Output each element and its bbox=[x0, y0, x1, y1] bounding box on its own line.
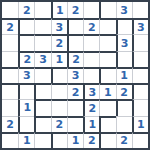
cell-r3c5[interactable] bbox=[67, 34, 83, 50]
cell-r9c2-given: 1 bbox=[18, 132, 34, 148]
cell-r4c9[interactable] bbox=[132, 51, 148, 67]
cell-r9c7[interactable] bbox=[99, 132, 115, 148]
cell-r6c3[interactable] bbox=[34, 83, 50, 99]
cell-r6c1[interactable] bbox=[2, 83, 18, 99]
cell-r5c3[interactable] bbox=[34, 67, 50, 83]
cell-r7c5[interactable] bbox=[67, 99, 83, 115]
cell-r7c3[interactable] bbox=[34, 99, 50, 115]
cell-r3c2[interactable] bbox=[18, 34, 34, 50]
cell-r4c5-given: 2 bbox=[67, 51, 83, 67]
cell-r6c2[interactable] bbox=[18, 83, 34, 99]
cell-r9c1[interactable] bbox=[2, 132, 18, 148]
cell-r5c7[interactable] bbox=[99, 67, 115, 83]
cell-r4c4-given: 1 bbox=[51, 51, 67, 67]
cell-r5c6[interactable] bbox=[83, 67, 99, 83]
cell-r4c3-given: 3 bbox=[34, 51, 50, 67]
cell-r4c2-given: 2 bbox=[18, 51, 34, 67]
cell-r8c4-given: 2 bbox=[51, 116, 67, 132]
cell-r2c3[interactable] bbox=[34, 18, 50, 34]
cell-r2c4-given: 3 bbox=[51, 18, 67, 34]
cell-r6c5-given: 2 bbox=[67, 83, 83, 99]
cell-r2c6-given: 2 bbox=[83, 18, 99, 34]
cell-r8c1-given: 2 bbox=[2, 116, 18, 132]
cell-r5c8-given: 1 bbox=[116, 67, 132, 83]
cell-r3c6[interactable] bbox=[83, 34, 99, 50]
cell-r7c1[interactable] bbox=[2, 99, 18, 115]
cell-r3c8-given: 3 bbox=[116, 34, 132, 50]
cell-r8c5[interactable] bbox=[67, 116, 83, 132]
cell-r3c3[interactable] bbox=[34, 34, 50, 50]
cell-r5c2-given: 3 bbox=[18, 67, 34, 83]
cell-r8c2[interactable] bbox=[18, 116, 34, 132]
puzzle-board: 2123232323231233123121222111122 bbox=[0, 0, 150, 150]
cell-r1c9[interactable] bbox=[132, 2, 148, 18]
cell-r9c4[interactable] bbox=[51, 132, 67, 148]
cell-r9c8-given: 2 bbox=[116, 132, 132, 148]
cell-r1c2-given: 2 bbox=[18, 2, 34, 18]
cell-r6c7-given: 1 bbox=[99, 83, 115, 99]
cell-r3c7[interactable] bbox=[99, 34, 115, 50]
cell-r8c7[interactable] bbox=[99, 116, 115, 132]
cell-r7c6-given: 2 bbox=[83, 99, 99, 115]
cell-r7c9[interactable] bbox=[132, 99, 148, 115]
cell-r6c4[interactable] bbox=[51, 83, 67, 99]
cell-r7c8[interactable] bbox=[116, 99, 132, 115]
cell-r2c8[interactable] bbox=[116, 18, 132, 34]
cell-r3c9[interactable] bbox=[132, 34, 148, 50]
cell-r5c1[interactable] bbox=[2, 67, 18, 83]
cell-r1c5-given: 2 bbox=[67, 2, 83, 18]
cell-r9c9[interactable] bbox=[132, 132, 148, 148]
cell-r8c3[interactable] bbox=[34, 116, 50, 132]
cell-r2c9-given: 3 bbox=[132, 18, 148, 34]
cell-r2c2[interactable] bbox=[18, 18, 34, 34]
cell-r5c5-given: 3 bbox=[67, 67, 83, 83]
cell-r8c9-given: 1 bbox=[132, 116, 148, 132]
cell-r7c4[interactable] bbox=[51, 99, 67, 115]
cell-r6c8-given: 2 bbox=[116, 83, 132, 99]
cell-r6c6-given: 3 bbox=[83, 83, 99, 99]
cell-r1c6[interactable] bbox=[83, 2, 99, 18]
cell-r7c7[interactable] bbox=[99, 99, 115, 115]
cell-r9c3[interactable] bbox=[34, 132, 50, 148]
cell-r4c7[interactable] bbox=[99, 51, 115, 67]
cell-r1c1[interactable] bbox=[2, 2, 18, 18]
cell-r8c6-given: 1 bbox=[83, 116, 99, 132]
cell-r1c7[interactable] bbox=[99, 2, 115, 18]
cell-r4c1[interactable] bbox=[2, 51, 18, 67]
cell-r5c9[interactable] bbox=[132, 67, 148, 83]
cell-r3c1[interactable] bbox=[2, 34, 18, 50]
cell-r6c9[interactable] bbox=[132, 83, 148, 99]
cell-r2c1-given: 2 bbox=[2, 18, 18, 34]
puzzle-page: 2123232323231233123121222111122 bbox=[0, 0, 150, 150]
cell-r3c4-given: 2 bbox=[51, 34, 67, 50]
cell-r9c6-given: 2 bbox=[83, 132, 99, 148]
cell-r5c4[interactable] bbox=[51, 67, 67, 83]
cell-r7c2-given: 1 bbox=[18, 99, 34, 115]
cell-r1c4-given: 1 bbox=[51, 2, 67, 18]
cell-r1c3[interactable] bbox=[34, 2, 50, 18]
cell-r8c8[interactable] bbox=[116, 116, 132, 132]
cell-r4c8[interactable] bbox=[116, 51, 132, 67]
cell-r4c6[interactable] bbox=[83, 51, 99, 67]
cell-r1c8-given: 3 bbox=[116, 2, 132, 18]
cell-r2c7[interactable] bbox=[99, 18, 115, 34]
cell-r2c5[interactable] bbox=[67, 18, 83, 34]
cell-r9c5-given: 1 bbox=[67, 132, 83, 148]
